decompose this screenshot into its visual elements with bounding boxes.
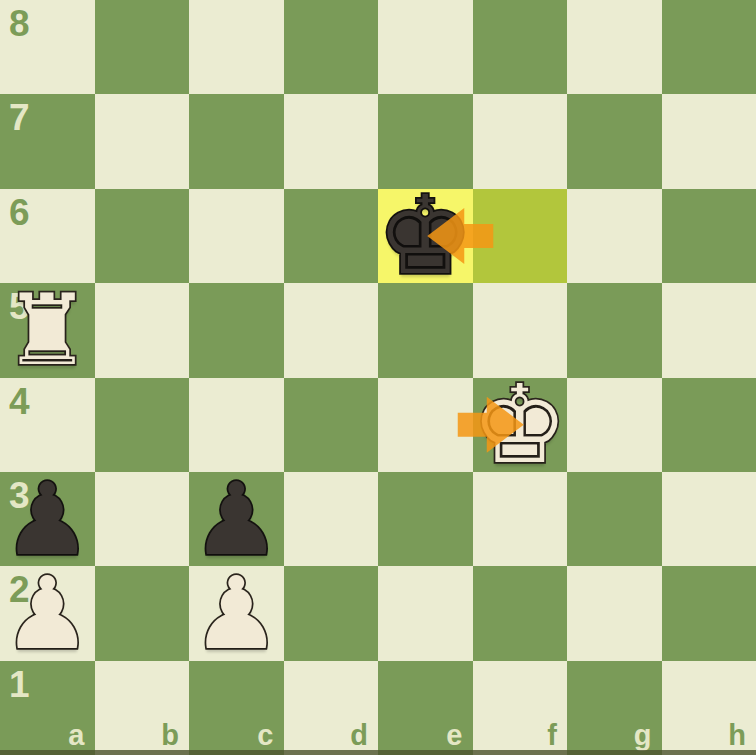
rank-label-7: 7 [9, 99, 30, 136]
square-e2[interactable] [378, 566, 473, 660]
rank-label-1: 1 [9, 666, 30, 703]
square-h7[interactable] [662, 94, 756, 188]
square-g6[interactable] [567, 189, 662, 283]
square-a1[interactable]: 1a [0, 661, 95, 755]
square-c4[interactable] [189, 378, 284, 472]
square-b2[interactable] [95, 566, 190, 660]
square-a3[interactable]: 3♟ [0, 472, 95, 566]
square-a8[interactable]: 8 [0, 0, 95, 94]
square-d6[interactable] [284, 189, 379, 283]
file-label-e: e [446, 721, 462, 750]
square-c2[interactable]: ♟ [189, 566, 284, 660]
file-label-a: a [68, 721, 84, 750]
square-f4[interactable]: ♚ [473, 378, 568, 472]
white-rook-a5[interactable]: ♜ [0, 283, 95, 377]
square-d8[interactable] [284, 0, 379, 94]
square-h1[interactable]: h [662, 661, 756, 755]
file-label-g: g [634, 721, 652, 750]
square-b8[interactable] [95, 0, 190, 94]
square-b5[interactable] [95, 283, 190, 377]
square-c6[interactable] [189, 189, 284, 283]
square-c7[interactable] [189, 94, 284, 188]
square-a2[interactable]: 2♟ [0, 566, 95, 660]
square-e5[interactable] [378, 283, 473, 377]
square-g4[interactable] [567, 378, 662, 472]
white-king-f4[interactable]: ♚ [473, 378, 568, 472]
square-g8[interactable] [567, 0, 662, 94]
chess-app: 876♚5♜4♚3♟♟2♟♟1abcdefgh [0, 0, 756, 755]
square-e1[interactable]: e [378, 661, 473, 755]
square-e6[interactable]: ♚ [378, 189, 473, 283]
square-d4[interactable] [284, 378, 379, 472]
file-label-c: c [257, 721, 273, 750]
square-d2[interactable] [284, 566, 379, 660]
square-b1[interactable]: b [95, 661, 190, 755]
chess-board: 876♚5♜4♚3♟♟2♟♟1abcdefgh [0, 0, 756, 755]
square-g3[interactable] [567, 472, 662, 566]
square-c8[interactable] [189, 0, 284, 94]
rank-label-6: 6 [9, 194, 30, 231]
square-f7[interactable] [473, 94, 568, 188]
square-h3[interactable] [662, 472, 756, 566]
square-h8[interactable] [662, 0, 756, 94]
square-f6[interactable] [473, 189, 568, 283]
white-pawn-c2[interactable]: ♟ [189, 566, 284, 660]
board-bottom-edge [0, 750, 756, 755]
black-pawn-c3[interactable]: ♟ [189, 472, 284, 566]
square-a6[interactable]: 6 [0, 189, 95, 283]
square-c1[interactable]: c [189, 661, 284, 755]
square-b7[interactable] [95, 94, 190, 188]
square-e4[interactable] [378, 378, 473, 472]
square-b6[interactable] [95, 189, 190, 283]
square-h5[interactable] [662, 283, 756, 377]
square-f8[interactable] [473, 0, 568, 94]
square-h6[interactable] [662, 189, 756, 283]
square-b3[interactable] [95, 472, 190, 566]
black-pawn-a3[interactable]: ♟ [0, 472, 95, 566]
square-d5[interactable] [284, 283, 379, 377]
square-g7[interactable] [567, 94, 662, 188]
black-king-e6[interactable]: ♚ [378, 189, 473, 283]
square-a7[interactable]: 7 [0, 94, 95, 188]
square-c5[interactable] [189, 283, 284, 377]
square-g5[interactable] [567, 283, 662, 377]
square-d3[interactable] [284, 472, 379, 566]
white-pawn-a2[interactable]: ♟ [0, 566, 95, 660]
square-h4[interactable] [662, 378, 756, 472]
file-label-f: f [547, 721, 557, 750]
rank-label-4: 4 [9, 383, 30, 420]
square-g1[interactable]: g [567, 661, 662, 755]
square-f1[interactable]: f [473, 661, 568, 755]
square-c3[interactable]: ♟ [189, 472, 284, 566]
square-a4[interactable]: 4 [0, 378, 95, 472]
file-label-d: d [350, 721, 368, 750]
square-f3[interactable] [473, 472, 568, 566]
file-label-h: h [728, 721, 746, 750]
rank-label-8: 8 [9, 5, 30, 42]
square-d7[interactable] [284, 94, 379, 188]
file-label-b: b [161, 721, 179, 750]
square-h2[interactable] [662, 566, 756, 660]
square-f2[interactable] [473, 566, 568, 660]
square-e8[interactable] [378, 0, 473, 94]
square-a5[interactable]: 5♜ [0, 283, 95, 377]
square-b4[interactable] [95, 378, 190, 472]
square-e3[interactable] [378, 472, 473, 566]
square-d1[interactable]: d [284, 661, 379, 755]
square-g2[interactable] [567, 566, 662, 660]
